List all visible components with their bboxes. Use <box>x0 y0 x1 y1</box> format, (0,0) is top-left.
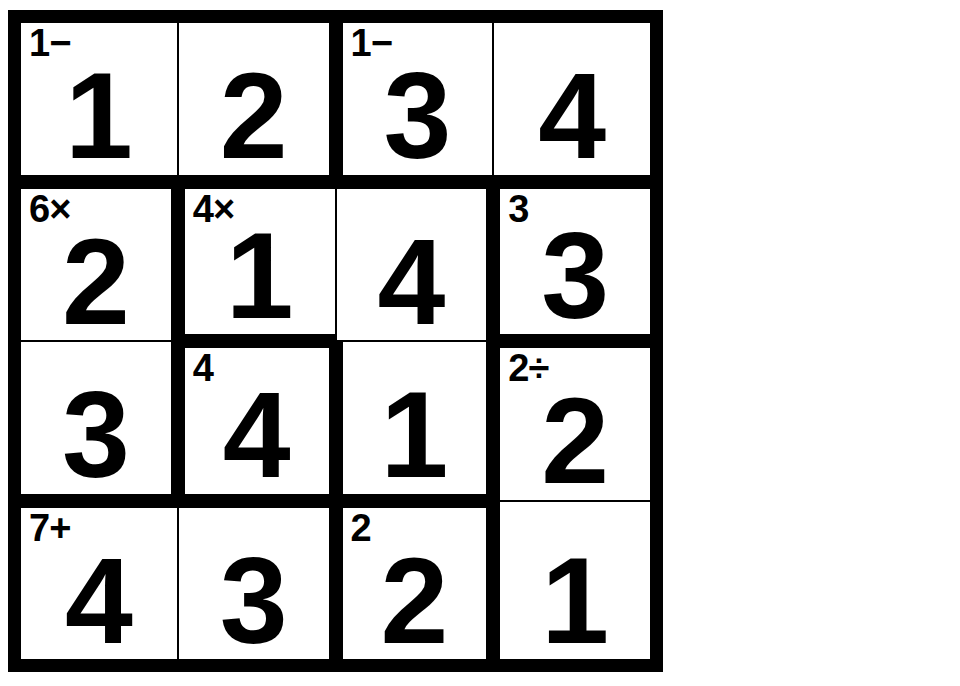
cell-r1c1[interactable]: 4×1 <box>178 182 336 342</box>
cell-digit: 3 <box>220 556 288 659</box>
cell-r1c3[interactable]: 33 <box>493 182 651 342</box>
cell-digit: 2 <box>62 237 130 340</box>
cell-r2c0[interactable]: 3 <box>20 341 178 501</box>
cell-digit: 4 <box>538 71 606 174</box>
cell-r3c0[interactable]: 7+4 <box>20 501 178 661</box>
cell-r0c1[interactable]: 2 <box>178 22 336 182</box>
cell-r2c2[interactable]: 1 <box>336 341 494 501</box>
cell-r1c2[interactable]: 4 <box>336 182 494 342</box>
cell-digit: 1 <box>226 231 294 334</box>
cage-clue: 1− <box>29 24 70 64</box>
cell-digit: 2 <box>380 556 448 659</box>
kenken-board: 1−121−346×24×143334412÷27+43221 <box>8 10 663 672</box>
cell-r1c0[interactable]: 6×2 <box>20 182 178 342</box>
cell-r2c3[interactable]: 2÷2 <box>493 341 651 501</box>
cell-r0c0[interactable]: 1−1 <box>20 22 178 182</box>
cell-r0c3[interactable]: 4 <box>493 22 651 182</box>
cage-clue: 6× <box>29 190 70 230</box>
cage-clue: 4 <box>193 349 213 389</box>
page: 1−121−346×24×143334412÷27+43221 <box>0 0 960 686</box>
cage-clue: 4× <box>193 190 234 230</box>
cell-digit: 2 <box>220 71 288 174</box>
cage-clue: 1− <box>351 24 392 64</box>
cell-digit: 3 <box>541 231 609 334</box>
cell-digit: 2 <box>541 396 609 499</box>
cage-clue: 2÷ <box>508 349 548 389</box>
cell-digit: 4 <box>377 237 445 340</box>
cell-digit: 1 <box>380 390 448 493</box>
cell-r3c1[interactable]: 3 <box>178 501 336 661</box>
cage-clue: 2 <box>351 509 371 549</box>
cell-digit: 4 <box>223 390 291 493</box>
cage-clue: 3 <box>508 190 528 230</box>
cell-r3c3[interactable]: 1 <box>493 501 651 661</box>
cage-clue: 7+ <box>29 509 70 549</box>
cell-r3c2[interactable]: 22 <box>336 501 494 661</box>
cell-digit: 3 <box>383 71 451 174</box>
cell-digit: 4 <box>65 556 133 659</box>
cell-digit: 1 <box>541 556 609 659</box>
cell-r0c2[interactable]: 1−3 <box>336 22 494 182</box>
cell-digit: 1 <box>65 71 133 174</box>
cell-r2c1[interactable]: 44 <box>178 341 336 501</box>
cell-digit: 3 <box>62 390 130 493</box>
